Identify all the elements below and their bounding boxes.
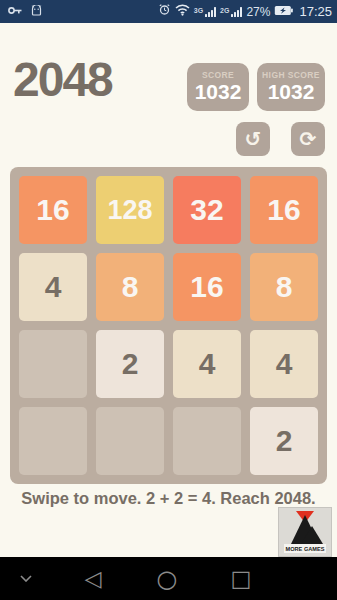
new-game-button[interactable]: ⟳ (291, 122, 325, 156)
signal-3g: 3G (194, 7, 216, 17)
nav-recents-icon[interactable]: □ (226, 557, 256, 600)
tile-16: 16 (19, 176, 87, 244)
nav-hide-chevron-icon[interactable] (16, 557, 36, 600)
high-score-value: 1032 (268, 80, 315, 103)
empty-cell (96, 407, 164, 475)
alarm-icon (158, 4, 171, 19)
android-nav-bar: ◁ ○ □ (0, 557, 337, 600)
high-score-label: HIGH SCORE (262, 70, 320, 80)
tile-32: 32 (173, 176, 241, 244)
status-time: 17:25 (299, 4, 332, 19)
tile-8: 8 (250, 253, 318, 321)
signal-3g-bars (205, 7, 216, 17)
tile-128: 128 (96, 176, 164, 244)
signal-2g-label: 2G (220, 7, 229, 14)
empty-cell (19, 407, 87, 475)
high-score-box: HIGH SCORE 1032 (257, 63, 325, 111)
tile-8: 8 (96, 253, 164, 321)
android-icon (29, 5, 44, 19)
tile-2: 2 (250, 407, 318, 475)
status-bar-left (0, 5, 44, 19)
more-games-button[interactable]: MORE GAMES (278, 507, 332, 557)
empty-cell (19, 330, 87, 398)
score-label: SCORE (202, 70, 234, 80)
board[interactable]: 161283216481682442 (10, 167, 327, 484)
score-box: SCORE 1032 (187, 63, 249, 111)
app-screen: 3G 2G 27% 17:25 2048 (0, 0, 337, 600)
nav-home-icon[interactable]: ○ (152, 557, 182, 600)
signal-3g-label: 3G (194, 7, 203, 14)
status-bar: 3G 2G 27% 17:25 (0, 0, 337, 23)
instruction-text: Swipe to move. 2 + 2 = 4. Reach 2048. (0, 489, 337, 508)
empty-cell (173, 407, 241, 475)
battery-percent: 27% (246, 5, 270, 19)
undo-icon: ↺ (245, 127, 262, 151)
wifi-icon (175, 4, 190, 19)
key-icon (8, 5, 22, 19)
tile-4: 4 (173, 330, 241, 398)
score-value: 1032 (195, 80, 242, 103)
tile-2: 2 (96, 330, 164, 398)
tile-16: 16 (173, 253, 241, 321)
undo-button[interactable]: ↺ (236, 122, 270, 156)
refresh-icon: ⟳ (300, 127, 317, 151)
tile-16: 16 (250, 176, 318, 244)
logo-text: MORE GAMES (286, 546, 325, 552)
tile-4: 4 (250, 330, 318, 398)
status-bar-right: 3G 2G 27% 17:25 (158, 4, 337, 19)
nav-back-icon[interactable]: ◁ (78, 557, 108, 600)
battery-icon (274, 5, 293, 19)
tile-4: 4 (19, 253, 87, 321)
signal-2g: 2G (220, 7, 242, 17)
page-title: 2048 (13, 56, 112, 104)
signal-2g-bars (231, 7, 242, 17)
